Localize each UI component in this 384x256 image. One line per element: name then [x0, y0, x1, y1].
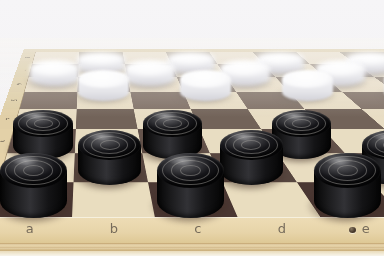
black-man-glyph: ⛂: [314, 153, 316, 155]
piece-black-a3[interactable]: ⛂: [13, 110, 72, 158]
black-man-glyph: ⛂: [13, 110, 15, 112]
piece-top: [125, 60, 175, 76]
piece-top: [78, 130, 141, 161]
piece-white-c7[interactable]: ⛀: [125, 60, 175, 86]
white-man-glyph: ⛀: [167, 52, 169, 54]
piece-top: [180, 70, 232, 88]
piece-black-a1[interactable]: ⛂: [0, 153, 67, 218]
white-man-glyph: ⛀: [346, 52, 348, 54]
white-man-glyph: ⛀: [77, 52, 79, 54]
piece-top: [78, 70, 130, 88]
piece-top: [0, 153, 67, 188]
black-man-glyph: ⛂: [78, 130, 80, 132]
black-man-glyph: ⛂: [0, 153, 2, 155]
piece-white-f6[interactable]: ⛀: [282, 70, 334, 101]
specular-highlight: [78, 130, 141, 161]
piece-black-e1[interactable]: ⛂: [314, 153, 381, 218]
white-man-glyph: ⛀: [256, 52, 258, 54]
black-man-glyph: ⛂: [143, 110, 145, 112]
white-man-glyph: ⛀: [180, 70, 182, 72]
white-man-glyph: ⛀: [316, 60, 318, 62]
piece-black-d2[interactable]: ⛂: [220, 130, 283, 186]
specular-highlight: [220, 130, 283, 161]
scene: 87654321 abcde ⛀⛀⛀⛀⛀⛀⛀⛀⛀⛀⛀⛀⛂⛂⛂⛂⛂⛂⛂⛂⛂⛂⛂⛂: [0, 0, 384, 256]
black-man-glyph: ⛂: [220, 130, 222, 132]
piece-top: [143, 110, 202, 137]
black-man-glyph: ⛂: [362, 130, 364, 132]
specular-highlight: [143, 110, 202, 137]
black-man-glyph: ⛂: [272, 110, 274, 112]
black-man-glyph: ⛂: [157, 153, 159, 155]
white-man-glyph: ⛀: [125, 60, 127, 62]
piece-white-b6[interactable]: ⛀: [78, 70, 130, 101]
piece-white-d6[interactable]: ⛀: [180, 70, 232, 101]
white-man-glyph: ⛀: [282, 70, 284, 72]
piece-black-c1[interactable]: ⛂: [157, 153, 224, 218]
piece-black-b2[interactable]: ⛂: [78, 130, 141, 186]
piece-white-a7[interactable]: ⛀: [30, 60, 80, 86]
white-man-glyph: ⛀: [220, 60, 222, 62]
pieces-layer: ⛀⛀⛀⛀⛀⛀⛀⛀⛀⛀⛀⛀⛂⛂⛂⛂⛂⛂⛂⛂⛂⛂⛂⛂: [0, 0, 384, 256]
specular-highlight: [0, 153, 67, 188]
piece-black-c3[interactable]: ⛂: [143, 110, 202, 158]
piece-top: [30, 60, 80, 76]
piece-top: [282, 70, 334, 88]
piece-top: [220, 130, 283, 161]
specular-highlight: [13, 110, 72, 137]
white-man-glyph: ⛀: [30, 60, 32, 62]
white-man-glyph: ⛀: [78, 70, 80, 72]
piece-top: [13, 110, 72, 137]
